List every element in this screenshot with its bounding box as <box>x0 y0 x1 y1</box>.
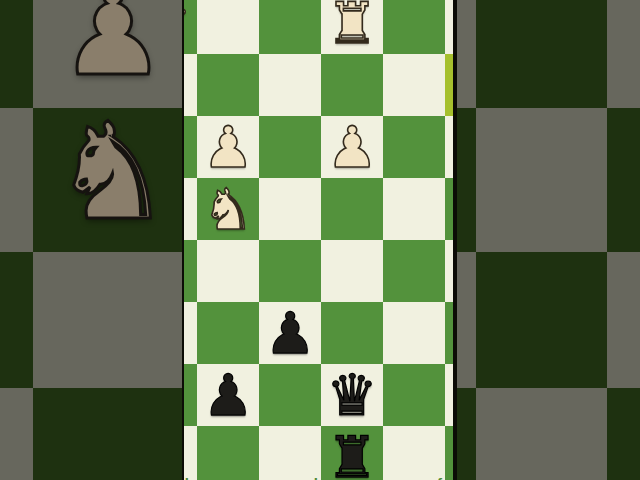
piece-white-knight[interactable]: ♞ <box>445 54 457 116</box>
background-square <box>607 252 640 388</box>
square-d3[interactable]: ♟ <box>259 302 321 364</box>
chess-board: ♛♜♞♟♟♞♟♟♛♞bcd♜efg <box>182 0 457 480</box>
background-square <box>0 388 33 480</box>
square-g7[interactable]: ♞ <box>445 54 457 116</box>
square-c4[interactable] <box>197 240 259 302</box>
piece-black-pawn[interactable]: ♟ <box>197 364 259 426</box>
square-d4[interactable] <box>259 240 321 302</box>
square-f3[interactable] <box>383 302 445 364</box>
background-white-pawn-icon: ♟ <box>59 0 167 93</box>
background-square <box>457 388 476 480</box>
square-b3[interactable] <box>182 302 197 364</box>
coordinate-label-d: d <box>309 476 318 480</box>
piece-white-pawn[interactable]: ♟ <box>321 116 383 178</box>
square-g5[interactable] <box>445 178 457 240</box>
square-c8[interactable] <box>197 0 259 54</box>
background-square <box>0 252 33 388</box>
coordinate-label-f: f <box>437 476 442 480</box>
background-square <box>607 388 640 480</box>
square-g8[interactable] <box>445 0 457 54</box>
square-b5[interactable] <box>182 178 197 240</box>
square-g3[interactable] <box>445 302 457 364</box>
square-d1[interactable]: d <box>259 426 321 480</box>
background-square <box>457 0 476 108</box>
square-b8[interactable]: ♛ <box>182 0 197 54</box>
square-e1[interactable]: ♜e <box>321 426 383 480</box>
square-e8[interactable]: ♜ <box>321 0 383 54</box>
background-square <box>607 0 640 108</box>
square-c2[interactable]: ♟ <box>197 364 259 426</box>
square-e3[interactable] <box>321 302 383 364</box>
square-b7[interactable] <box>182 54 197 116</box>
piece-black-queen[interactable]: ♛ <box>321 364 383 426</box>
coordinate-label-c: c <box>248 476 256 480</box>
square-f6[interactable] <box>383 116 445 178</box>
background-square <box>476 388 607 480</box>
background-square <box>33 252 182 388</box>
piece-white-knight[interactable]: ♞ <box>197 178 259 240</box>
square-f1[interactable]: f <box>383 426 445 480</box>
square-d6[interactable] <box>259 116 321 178</box>
square-f2[interactable] <box>383 364 445 426</box>
square-e4[interactable] <box>321 240 383 302</box>
piece-white-rook[interactable]: ♜ <box>321 0 383 54</box>
background-square <box>457 108 476 252</box>
square-c7[interactable] <box>197 54 259 116</box>
square-c3[interactable] <box>197 302 259 364</box>
background-right-squares <box>457 0 640 480</box>
square-b1[interactable]: ♞b <box>182 426 197 480</box>
square-f5[interactable] <box>383 178 445 240</box>
board-viewport: ♛♜♞♟♟♞♟♟♛♞bcd♜efg <box>182 0 457 480</box>
square-b2[interactable] <box>182 364 197 426</box>
background-square <box>0 108 33 252</box>
square-c5[interactable]: ♞ <box>197 178 259 240</box>
background-board-left: ♟♞ <box>0 0 182 480</box>
square-e5[interactable] <box>321 178 383 240</box>
square-g2[interactable] <box>445 364 457 426</box>
piece-black-rook[interactable]: ♜ <box>321 426 383 480</box>
background-white-knight-icon: ♞ <box>52 105 172 239</box>
background-square <box>457 252 476 388</box>
square-g4[interactable] <box>445 240 457 302</box>
piece-white-queen[interactable]: ♛ <box>182 0 197 54</box>
background-square <box>476 108 607 252</box>
background-square <box>0 0 33 108</box>
square-c1[interactable]: c <box>197 426 259 480</box>
video-frame: ♟♞ ♛♜♞♟♟♞♟♟♛♞bcd♜efg <box>0 0 640 480</box>
square-d2[interactable] <box>259 364 321 426</box>
background-square <box>476 252 607 388</box>
square-g6[interactable] <box>445 116 457 178</box>
square-g1[interactable]: g <box>445 426 457 480</box>
square-d5[interactable] <box>259 178 321 240</box>
square-f4[interactable] <box>383 240 445 302</box>
square-e6[interactable]: ♟ <box>321 116 383 178</box>
square-f7[interactable] <box>383 54 445 116</box>
square-c6[interactable]: ♟ <box>197 116 259 178</box>
square-d7[interactable] <box>259 54 321 116</box>
background-square <box>607 108 640 252</box>
background-square <box>476 0 607 108</box>
square-f8[interactable] <box>383 0 445 54</box>
square-e2[interactable]: ♛ <box>321 364 383 426</box>
square-d8[interactable] <box>259 0 321 54</box>
square-b6[interactable] <box>182 116 197 178</box>
piece-black-pawn[interactable]: ♟ <box>259 302 321 364</box>
piece-black-knight[interactable]: ♞ <box>182 426 197 480</box>
background-square <box>33 388 182 480</box>
square-b4[interactable] <box>182 240 197 302</box>
background-board-right <box>457 0 640 480</box>
piece-white-pawn[interactable]: ♟ <box>197 116 259 178</box>
square-e7[interactable] <box>321 54 383 116</box>
